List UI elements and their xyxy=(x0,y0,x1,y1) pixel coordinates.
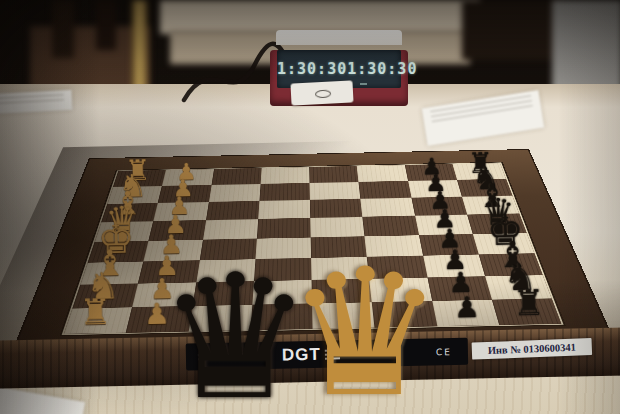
square-c6 xyxy=(361,198,415,217)
square-c5 xyxy=(310,199,363,218)
inventory-sticker: Инв № 0130600341 xyxy=(472,338,593,360)
spare-white-queen: ♛ xyxy=(286,246,444,414)
square-c4 xyxy=(258,200,310,219)
piece-black-rook-h8: ♜ xyxy=(512,285,545,321)
square-h8: ♜ xyxy=(492,298,562,325)
square-b6 xyxy=(359,181,412,199)
inventory-number: Инв № 0130600341 xyxy=(488,342,577,356)
square-a5 xyxy=(309,166,358,183)
square-b3 xyxy=(209,184,261,202)
tournament-chess-photo: 1:30:30 1:30:30 ♜♟♟♜♞♟♟♞♝♟♟♝♛♟♟♛♚♟♟♚♝♟♟♝… xyxy=(0,0,620,414)
board-far-edge-label xyxy=(290,80,353,105)
square-b5 xyxy=(309,182,360,200)
square-a3 xyxy=(211,168,261,185)
square-h1: ♜ xyxy=(64,307,132,334)
square-a6 xyxy=(357,165,408,182)
square-c3 xyxy=(206,201,260,220)
square-b4 xyxy=(259,183,310,201)
piece-white-rook-h1: ♜ xyxy=(79,294,112,330)
piece-black-pawn-h7: ♟ xyxy=(454,293,481,322)
square-a4 xyxy=(260,167,309,184)
